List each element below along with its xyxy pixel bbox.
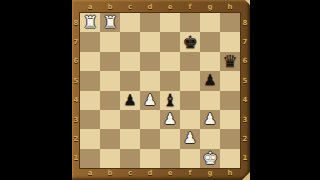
square-f8[interactable] — [180, 13, 200, 32]
square-a1[interactable] — [80, 149, 100, 168]
square-d3[interactable] — [140, 110, 160, 129]
file-label-e-top: e — [160, 1, 180, 12]
square-a4[interactable] — [80, 91, 100, 110]
file-label-d-bottom: d — [140, 168, 160, 178]
file-label-h-bottom: h — [220, 168, 240, 178]
square-c5[interactable] — [120, 71, 140, 90]
file-label-a-top: a — [80, 1, 100, 12]
square-d8[interactable] — [140, 13, 160, 32]
square-g2[interactable] — [200, 129, 220, 148]
square-d5[interactable] — [140, 71, 160, 90]
file-label-c-top: c — [120, 1, 140, 12]
page-curl-bottom-right — [242, 172, 250, 180]
square-b7[interactable] — [100, 32, 120, 51]
piece-black-pawn: ♟ — [123, 93, 136, 108]
piece-black-pawn: ♟ — [203, 73, 216, 88]
square-g7[interactable] — [200, 32, 220, 51]
rank-label-6-left: 6 — [72, 52, 80, 71]
square-a6[interactable] — [80, 52, 100, 71]
square-c4[interactable]: ♟ — [120, 91, 140, 110]
square-b5[interactable] — [100, 71, 120, 90]
file-label-h-top: h — [220, 1, 240, 12]
rank-label-3-left: 3 — [72, 110, 80, 129]
square-b6[interactable] — [100, 52, 120, 71]
square-f2[interactable]: ♟ — [180, 129, 200, 148]
file-labels-top: abcdefgh — [80, 1, 240, 12]
file-label-f-bottom: f — [180, 168, 200, 178]
rank-label-2-left: 2 — [72, 129, 80, 148]
rank-label-2-right: 2 — [240, 129, 250, 148]
square-e8[interactable] — [160, 13, 180, 32]
square-a5[interactable] — [80, 71, 100, 90]
square-c2[interactable] — [120, 129, 140, 148]
square-g4[interactable] — [200, 91, 220, 110]
file-label-g-top: g — [200, 1, 220, 12]
piece-white-rook: ♜ — [102, 14, 117, 31]
square-b1[interactable] — [100, 149, 120, 168]
square-g8[interactable] — [200, 13, 220, 32]
square-f1[interactable] — [180, 149, 200, 168]
square-h7[interactable] — [220, 32, 240, 51]
rank-label-8-right: 8 — [240, 13, 250, 32]
square-c3[interactable] — [120, 110, 140, 129]
square-h6[interactable]: ♛ — [220, 52, 240, 71]
chess-board: abcdefgh abcdefgh 87654321 87654321 ♜♜♚♛… — [72, 0, 250, 180]
square-h5[interactable] — [220, 71, 240, 90]
square-g5[interactable]: ♟ — [200, 71, 220, 90]
square-e4[interactable]: ♝ — [160, 91, 180, 110]
square-e2[interactable] — [160, 129, 180, 148]
piece-black-queen: ♛ — [222, 53, 237, 70]
page-curl-top-right — [245, 0, 250, 5]
file-label-f-top: f — [180, 1, 200, 12]
board-grid: ♜♜♚♛♟♟♟♝♟♟♟♚ — [80, 13, 240, 168]
file-label-d-top: d — [140, 1, 160, 12]
square-a2[interactable] — [80, 129, 100, 148]
square-d2[interactable] — [140, 129, 160, 148]
rank-label-7-right: 7 — [240, 32, 250, 51]
file-label-g-bottom: g — [200, 168, 220, 178]
piece-white-pawn: ♟ — [183, 131, 196, 146]
square-h3[interactable] — [220, 110, 240, 129]
square-h8[interactable] — [220, 13, 240, 32]
file-label-a-bottom: a — [80, 168, 100, 178]
file-label-e-bottom: e — [160, 168, 180, 178]
rank-labels-left: 87654321 — [72, 13, 80, 168]
square-h4[interactable] — [220, 91, 240, 110]
rank-label-1-left: 1 — [72, 149, 80, 168]
square-d6[interactable] — [140, 52, 160, 71]
square-e1[interactable] — [160, 149, 180, 168]
square-f4[interactable] — [180, 91, 200, 110]
square-c7[interactable] — [120, 32, 140, 51]
piece-white-pawn: ♟ — [163, 112, 176, 127]
video-frame: abcdefgh abcdefgh 87654321 87654321 ♜♜♚♛… — [0, 0, 320, 180]
square-f6[interactable] — [180, 52, 200, 71]
square-a7[interactable] — [80, 32, 100, 51]
rank-label-6-right: 6 — [240, 52, 250, 71]
square-d7[interactable] — [140, 32, 160, 51]
piece-white-rook: ♜ — [82, 14, 97, 31]
square-g6[interactable] — [200, 52, 220, 71]
square-f3[interactable] — [180, 110, 200, 129]
file-label-b-top: b — [100, 1, 120, 12]
square-c1[interactable] — [120, 149, 140, 168]
square-a8[interactable]: ♜ — [80, 13, 100, 32]
square-a3[interactable] — [80, 110, 100, 129]
rank-label-1-right: 1 — [240, 149, 250, 168]
piece-white-king: ♚ — [202, 150, 217, 167]
file-labels-bottom: abcdefgh — [80, 168, 240, 178]
square-g3[interactable]: ♟ — [200, 110, 220, 129]
file-label-c-bottom: c — [120, 168, 140, 178]
square-d4[interactable]: ♟ — [140, 91, 160, 110]
square-g1[interactable]: ♚ — [200, 149, 220, 168]
square-b3[interactable] — [100, 110, 120, 129]
piece-black-king: ♚ — [182, 34, 197, 51]
square-e3[interactable]: ♟ — [160, 110, 180, 129]
rank-label-5-right: 5 — [240, 71, 250, 90]
rank-labels-right: 87654321 — [240, 13, 250, 168]
rank-label-3-right: 3 — [240, 110, 250, 129]
rank-label-7-left: 7 — [72, 32, 80, 51]
rank-label-4-left: 4 — [72, 91, 80, 110]
piece-white-pawn: ♟ — [143, 93, 156, 108]
square-c8[interactable] — [120, 13, 140, 32]
piece-black-bishop: ♝ — [162, 92, 177, 109]
square-b4[interactable] — [100, 91, 120, 110]
square-e7[interactable] — [160, 32, 180, 51]
rank-label-8-left: 8 — [72, 13, 80, 32]
square-h1[interactable] — [220, 149, 240, 168]
square-c6[interactable] — [120, 52, 140, 71]
square-e6[interactable] — [160, 52, 180, 71]
square-h2[interactable] — [220, 129, 240, 148]
rank-label-5-left: 5 — [72, 71, 80, 90]
square-f7[interactable]: ♚ — [180, 32, 200, 51]
square-f5[interactable] — [180, 71, 200, 90]
piece-white-pawn: ♟ — [203, 112, 216, 127]
square-e5[interactable] — [160, 71, 180, 90]
rank-label-4-right: 4 — [240, 91, 250, 110]
square-d1[interactable] — [140, 149, 160, 168]
file-label-b-bottom: b — [100, 168, 120, 178]
square-b2[interactable] — [100, 129, 120, 148]
square-b8[interactable]: ♜ — [100, 13, 120, 32]
